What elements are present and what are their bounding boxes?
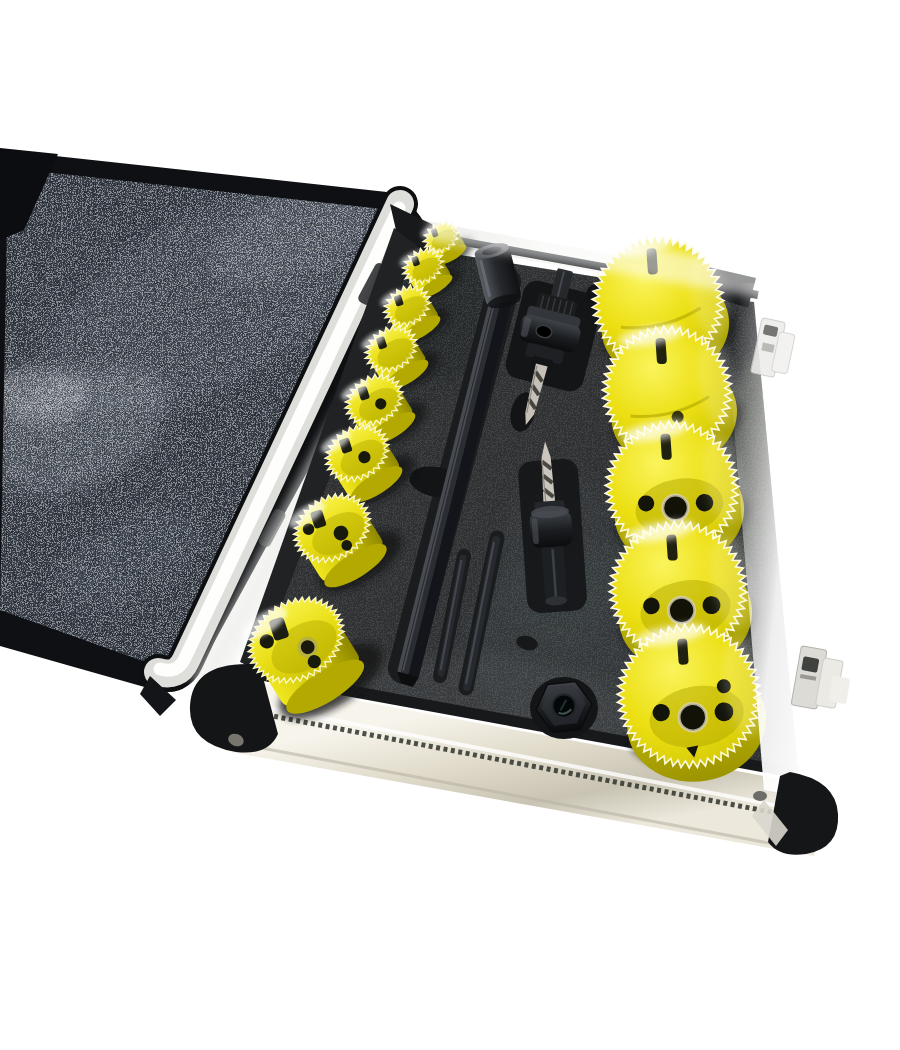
latch-slot (801, 656, 819, 673)
hole-saw-kit-photo (0, 0, 900, 1050)
corner-rivet (753, 791, 767, 801)
product-photo-stage (0, 0, 900, 1050)
